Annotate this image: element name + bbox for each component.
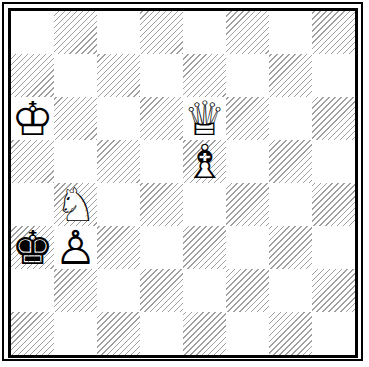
square-d3[interactable] [140, 226, 183, 269]
square-g7[interactable] [269, 54, 312, 97]
chess-board: ♚♔♛♕♝♗♞♘♚♚♟♙ [11, 11, 355, 355]
black-king[interactable]: ♚♚ [11, 226, 54, 269]
square-f7[interactable] [226, 54, 269, 97]
square-d4[interactable] [140, 183, 183, 226]
square-f6[interactable] [226, 97, 269, 140]
square-e8[interactable] [183, 11, 226, 54]
square-a2[interactable] [11, 269, 54, 312]
square-c2[interactable] [97, 269, 140, 312]
square-f4[interactable] [226, 183, 269, 226]
square-f3[interactable] [226, 226, 269, 269]
square-e4[interactable] [183, 183, 226, 226]
piece-outline-glyph: ♙ [54, 226, 97, 269]
white-bishop[interactable]: ♝♗ [183, 140, 226, 183]
square-c5[interactable] [97, 140, 140, 183]
square-b7[interactable] [54, 54, 97, 97]
square-d7[interactable] [140, 54, 183, 97]
square-g1[interactable] [269, 312, 312, 355]
piece-outline-glyph: ♗ [183, 140, 226, 183]
piece-outline-glyph: ♚ [11, 226, 54, 269]
square-b8[interactable] [54, 11, 97, 54]
square-e5[interactable]: ♝♗ [183, 140, 226, 183]
square-b1[interactable] [54, 312, 97, 355]
square-g2[interactable] [269, 269, 312, 312]
square-c7[interactable] [97, 54, 140, 97]
square-e1[interactable] [183, 312, 226, 355]
square-h6[interactable] [312, 97, 355, 140]
square-c1[interactable] [97, 312, 140, 355]
square-b2[interactable] [54, 269, 97, 312]
square-h7[interactable] [312, 54, 355, 97]
square-g3[interactable] [269, 226, 312, 269]
square-a8[interactable] [11, 11, 54, 54]
square-c3[interactable] [97, 226, 140, 269]
square-e2[interactable] [183, 269, 226, 312]
square-g8[interactable] [269, 11, 312, 54]
square-c4[interactable] [97, 183, 140, 226]
square-a1[interactable] [11, 312, 54, 355]
square-h8[interactable] [312, 11, 355, 54]
square-h2[interactable] [312, 269, 355, 312]
square-d8[interactable] [140, 11, 183, 54]
white-pawn[interactable]: ♟♙ [54, 226, 97, 269]
square-f5[interactable] [226, 140, 269, 183]
square-h4[interactable] [312, 183, 355, 226]
square-d1[interactable] [140, 312, 183, 355]
square-d2[interactable] [140, 269, 183, 312]
square-f8[interactable] [226, 11, 269, 54]
square-b3[interactable]: ♟♙ [54, 226, 97, 269]
square-c8[interactable] [97, 11, 140, 54]
white-king[interactable]: ♚♔ [11, 97, 54, 140]
square-a6[interactable]: ♚♔ [11, 97, 54, 140]
chess-diagram-page: ♚♔♛♕♝♗♞♘♚♚♟♙ [0, 0, 369, 367]
square-h1[interactable] [312, 312, 355, 355]
square-b6[interactable] [54, 97, 97, 140]
square-f2[interactable] [226, 269, 269, 312]
board-outer-frame: ♚♔♛♕♝♗♞♘♚♚♟♙ [2, 2, 363, 361]
square-g4[interactable] [269, 183, 312, 226]
board-inner-frame: ♚♔♛♕♝♗♞♘♚♚♟♙ [8, 8, 358, 358]
square-g5[interactable] [269, 140, 312, 183]
square-a5[interactable] [11, 140, 54, 183]
square-h3[interactable] [312, 226, 355, 269]
piece-outline-glyph: ♔ [11, 97, 54, 140]
square-a3[interactable]: ♚♚ [11, 226, 54, 269]
square-g6[interactable] [269, 97, 312, 140]
square-h5[interactable] [312, 140, 355, 183]
square-d5[interactable] [140, 140, 183, 183]
square-e3[interactable] [183, 226, 226, 269]
square-c6[interactable] [97, 97, 140, 140]
square-d6[interactable] [140, 97, 183, 140]
square-f1[interactable] [226, 312, 269, 355]
